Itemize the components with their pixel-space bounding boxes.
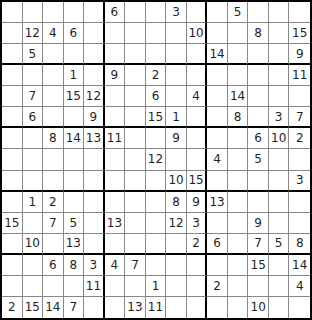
cell-r15c10-empty[interactable]	[187, 297, 208, 318]
cell-r2c11-empty[interactable]	[207, 23, 228, 44]
cell-r11c10-given[interactable]: 3	[187, 213, 208, 234]
cell-r8c2-empty[interactable]	[23, 149, 44, 170]
cell-r7c6-given[interactable]: 11	[105, 128, 126, 149]
cell-r13c10-empty[interactable]	[187, 255, 208, 276]
cell-r15c8-given[interactable]: 11	[146, 297, 167, 318]
cell-r12c9-empty[interactable]	[166, 234, 187, 255]
cell-r5c11-empty[interactable]	[207, 86, 228, 107]
cell-r2c5-empty[interactable]	[84, 23, 105, 44]
cell-r9c6-empty[interactable]	[105, 171, 126, 192]
cell-r12c11-given[interactable]: 6	[207, 234, 228, 255]
cell-r12c8-empty[interactable]	[146, 234, 167, 255]
cell-r12c13-given[interactable]: 7	[248, 234, 269, 255]
cell-r3c13-empty[interactable]	[248, 44, 269, 65]
cell-r12c5-empty[interactable]	[84, 234, 105, 255]
cell-r1c2-empty[interactable]	[23, 2, 44, 23]
cell-r13c6-given[interactable]: 4	[105, 255, 126, 276]
cell-r2c7-empty[interactable]	[125, 23, 146, 44]
cell-r7c8-empty[interactable]	[146, 128, 167, 149]
cell-r8c8-given[interactable]: 12	[146, 149, 167, 170]
cell-r8c6-empty[interactable]	[105, 149, 126, 170]
cell-r8c3-empty[interactable]	[43, 149, 64, 170]
cell-r15c4-given[interactable]: 7	[64, 297, 85, 318]
cell-r6c14-given[interactable]: 3	[269, 107, 290, 128]
cell-r1c12-given[interactable]: 5	[228, 2, 249, 23]
cell-r8c4-empty[interactable]	[64, 149, 85, 170]
cell-r3c11-given[interactable]: 14	[207, 44, 228, 65]
cell-r1c4-empty[interactable]	[64, 2, 85, 23]
cell-r7c9-given[interactable]: 9	[166, 128, 187, 149]
cell-r15c2-given[interactable]: 15	[23, 297, 44, 318]
cell-r10c1-empty[interactable]	[2, 192, 23, 213]
cell-r12c2-given[interactable]: 10	[23, 234, 44, 255]
cell-r10c12-empty[interactable]	[228, 192, 249, 213]
cell-r13c9-empty[interactable]	[166, 255, 187, 276]
cell-r6c11-empty[interactable]	[207, 107, 228, 128]
cell-r4c8-given[interactable]: 2	[146, 65, 167, 86]
cell-r5c15-empty[interactable]	[289, 86, 310, 107]
cell-r8c14-empty[interactable]	[269, 149, 290, 170]
cell-r7c5-given[interactable]: 13	[84, 128, 105, 149]
cell-r2c14-empty[interactable]	[269, 23, 290, 44]
cell-r11c9-given[interactable]: 12	[166, 213, 187, 234]
cell-r7c10-empty[interactable]	[187, 128, 208, 149]
cell-r6c5-given[interactable]: 9	[84, 107, 105, 128]
cell-r14c5-given[interactable]: 11	[84, 276, 105, 297]
cell-r6c6-empty[interactable]	[105, 107, 126, 128]
cell-r2c1-empty[interactable]	[2, 23, 23, 44]
cell-r2c13-given[interactable]: 8	[248, 23, 269, 44]
cell-r4c1-empty[interactable]	[2, 65, 23, 86]
cell-r7c1-empty[interactable]	[2, 128, 23, 149]
cell-r6c7-empty[interactable]	[125, 107, 146, 128]
cell-r1c9-given[interactable]: 3	[166, 2, 187, 23]
cell-r14c9-empty[interactable]	[166, 276, 187, 297]
cell-r11c14-empty[interactable]	[269, 213, 290, 234]
cell-r12c3-empty[interactable]	[43, 234, 64, 255]
cell-r5c10-given[interactable]: 4	[187, 86, 208, 107]
cell-r13c5-given[interactable]: 3	[84, 255, 105, 276]
cell-r9c9-given[interactable]: 10	[166, 171, 187, 192]
cell-r6c13-empty[interactable]	[248, 107, 269, 128]
cell-r11c7-empty[interactable]	[125, 213, 146, 234]
cell-r13c11-empty[interactable]	[207, 255, 228, 276]
cell-r4c15-given[interactable]: 11	[289, 65, 310, 86]
cell-r8c7-empty[interactable]	[125, 149, 146, 170]
cell-r8c12-empty[interactable]	[228, 149, 249, 170]
cell-r14c11-given[interactable]: 2	[207, 276, 228, 297]
cell-r11c15-empty[interactable]	[289, 213, 310, 234]
cell-r14c8-given[interactable]: 1	[146, 276, 167, 297]
cell-r5c2-given[interactable]: 7	[23, 86, 44, 107]
cell-r3c9-empty[interactable]	[166, 44, 187, 65]
cell-r9c12-empty[interactable]	[228, 171, 249, 192]
cell-r4c9-empty[interactable]	[166, 65, 187, 86]
cell-r5c5-given[interactable]: 12	[84, 86, 105, 107]
cell-r4c12-empty[interactable]	[228, 65, 249, 86]
cell-r13c4-given[interactable]: 8	[64, 255, 85, 276]
cell-r14c14-empty[interactable]	[269, 276, 290, 297]
cell-r7c14-given[interactable]: 10	[269, 128, 290, 149]
cell-r6c12-given[interactable]: 8	[228, 107, 249, 128]
cell-r9c3-empty[interactable]	[43, 171, 64, 192]
cell-r5c7-empty[interactable]	[125, 86, 146, 107]
cell-r7c13-given[interactable]: 6	[248, 128, 269, 149]
cell-r4c6-given[interactable]: 9	[105, 65, 126, 86]
cell-r13c12-empty[interactable]	[228, 255, 249, 276]
cell-r1c8-empty[interactable]	[146, 2, 167, 23]
cell-r10c3-given[interactable]: 2	[43, 192, 64, 213]
cell-r10c14-empty[interactable]	[269, 192, 290, 213]
cell-r15c5-empty[interactable]	[84, 297, 105, 318]
cell-r8c1-empty[interactable]	[2, 149, 23, 170]
cell-r4c5-empty[interactable]	[84, 65, 105, 86]
cell-r13c2-empty[interactable]	[23, 255, 44, 276]
cell-r13c3-given[interactable]: 6	[43, 255, 64, 276]
cell-r2c10-given[interactable]: 10	[187, 23, 208, 44]
cell-r14c15-given[interactable]: 4	[289, 276, 310, 297]
cell-r10c9-given[interactable]: 8	[166, 192, 187, 213]
cell-r15c13-given[interactable]: 10	[248, 297, 269, 318]
cell-r9c15-given[interactable]: 3	[289, 171, 310, 192]
cell-r9c5-empty[interactable]	[84, 171, 105, 192]
cell-r8c11-given[interactable]: 4	[207, 149, 228, 170]
cell-r6c9-given[interactable]: 1	[166, 107, 187, 128]
cell-r7c11-empty[interactable]	[207, 128, 228, 149]
cell-r9c14-empty[interactable]	[269, 171, 290, 192]
cell-r14c1-empty[interactable]	[2, 276, 23, 297]
cell-r1c6-given[interactable]: 6	[105, 2, 126, 23]
cell-r9c1-empty[interactable]	[2, 171, 23, 192]
cell-r12c15-given[interactable]: 8	[289, 234, 310, 255]
cell-r12c4-given[interactable]: 13	[64, 234, 85, 255]
cell-r5c12-given[interactable]: 14	[228, 86, 249, 107]
cell-r15c15-empty[interactable]	[289, 297, 310, 318]
cell-r11c8-empty[interactable]	[146, 213, 167, 234]
cell-r10c11-given[interactable]: 13	[207, 192, 228, 213]
cell-r3c6-empty[interactable]	[105, 44, 126, 65]
cell-r7c4-given[interactable]: 14	[64, 128, 85, 149]
cell-r8c9-empty[interactable]	[166, 149, 187, 170]
cell-r1c13-empty[interactable]	[248, 2, 269, 23]
cell-r6c4-empty[interactable]	[64, 107, 85, 128]
cell-r10c2-given[interactable]: 1	[23, 192, 44, 213]
cell-r5c3-empty[interactable]	[43, 86, 64, 107]
cell-r7c15-given[interactable]: 2	[289, 128, 310, 149]
cell-r6c3-empty[interactable]	[43, 107, 64, 128]
sudoku-page: 6351246108155149192117151264146915183781…	[0, 0, 312, 320]
cell-r14c6-empty[interactable]	[105, 276, 126, 297]
cell-r14c3-empty[interactable]	[43, 276, 64, 297]
cell-r8c10-empty[interactable]	[187, 149, 208, 170]
cell-r4c2-empty[interactable]	[23, 65, 44, 86]
cell-r9c4-empty[interactable]	[64, 171, 85, 192]
cell-r6c10-empty[interactable]	[187, 107, 208, 128]
cell-r5c13-empty[interactable]	[248, 86, 269, 107]
cell-r2c2-given[interactable]: 12	[23, 23, 44, 44]
cell-r9c11-empty[interactable]	[207, 171, 228, 192]
cell-r11c13-given[interactable]: 9	[248, 213, 269, 234]
cell-r7c12-empty[interactable]	[228, 128, 249, 149]
cell-r2c12-empty[interactable]	[228, 23, 249, 44]
cell-r12c12-empty[interactable]	[228, 234, 249, 255]
cell-r1c7-empty[interactable]	[125, 2, 146, 23]
cell-r11c1-given[interactable]: 15	[2, 213, 23, 234]
cell-r12c1-empty[interactable]	[2, 234, 23, 255]
cell-r13c14-empty[interactable]	[269, 255, 290, 276]
cell-r15c12-empty[interactable]	[228, 297, 249, 318]
cell-r11c2-empty[interactable]	[23, 213, 44, 234]
cell-r4c14-empty[interactable]	[269, 65, 290, 86]
cell-r6c15-given[interactable]: 7	[289, 107, 310, 128]
cell-r1c1-empty[interactable]	[2, 2, 23, 23]
cell-r7c7-empty[interactable]	[125, 128, 146, 149]
cell-r11c3-given[interactable]: 7	[43, 213, 64, 234]
cell-r3c8-empty[interactable]	[146, 44, 167, 65]
cell-r14c12-empty[interactable]	[228, 276, 249, 297]
cell-r11c6-given[interactable]: 13	[105, 213, 126, 234]
cell-r9c8-empty[interactable]	[146, 171, 167, 192]
cell-r12c6-empty[interactable]	[105, 234, 126, 255]
cell-r2c6-empty[interactable]	[105, 23, 126, 44]
cell-r15c6-empty[interactable]	[105, 297, 126, 318]
cell-r2c3-given[interactable]: 4	[43, 23, 64, 44]
cell-r1c11-empty[interactable]	[207, 2, 228, 23]
cell-r14c4-empty[interactable]	[64, 276, 85, 297]
cell-r11c5-empty[interactable]	[84, 213, 105, 234]
cell-r1c14-empty[interactable]	[269, 2, 290, 23]
cell-r7c3-given[interactable]: 8	[43, 128, 64, 149]
cell-r8c5-empty[interactable]	[84, 149, 105, 170]
cell-r14c13-empty[interactable]	[248, 276, 269, 297]
cell-r2c9-empty[interactable]	[166, 23, 187, 44]
cell-r3c3-empty[interactable]	[43, 44, 64, 65]
cell-r3c15-given[interactable]: 9	[289, 44, 310, 65]
cell-r10c13-empty[interactable]	[248, 192, 269, 213]
cell-r4c7-empty[interactable]	[125, 65, 146, 86]
cell-r15c9-empty[interactable]	[166, 297, 187, 318]
cell-r2c15-given[interactable]: 15	[289, 23, 310, 44]
cell-r6c8-given[interactable]: 15	[146, 107, 167, 128]
cell-r4c11-empty[interactable]	[207, 65, 228, 86]
cell-r6c1-empty[interactable]	[2, 107, 23, 128]
cell-r13c15-given[interactable]: 14	[289, 255, 310, 276]
cell-r15c14-empty[interactable]	[269, 297, 290, 318]
cell-r15c7-given[interactable]: 13	[125, 297, 146, 318]
cell-r5c8-given[interactable]: 6	[146, 86, 167, 107]
cell-r4c4-given[interactable]: 1	[64, 65, 85, 86]
cell-r11c4-given[interactable]: 5	[64, 213, 85, 234]
cell-r1c15-empty[interactable]	[289, 2, 310, 23]
cell-r3c2-given[interactable]: 5	[23, 44, 44, 65]
cell-r10c7-empty[interactable]	[125, 192, 146, 213]
cell-r1c3-empty[interactable]	[43, 2, 64, 23]
cell-r10c6-empty[interactable]	[105, 192, 126, 213]
cell-r1c5-empty[interactable]	[84, 2, 105, 23]
cell-r3c1-empty[interactable]	[2, 44, 23, 65]
cell-r3c4-empty[interactable]	[64, 44, 85, 65]
cell-r3c7-empty[interactable]	[125, 44, 146, 65]
cell-r13c1-empty[interactable]	[2, 255, 23, 276]
cell-r4c3-empty[interactable]	[43, 65, 64, 86]
cell-r15c1-given[interactable]: 2	[2, 297, 23, 318]
cell-r9c7-empty[interactable]	[125, 171, 146, 192]
cell-r5c1-empty[interactable]	[2, 86, 23, 107]
cell-r9c10-given[interactable]: 15	[187, 171, 208, 192]
cell-r10c8-empty[interactable]	[146, 192, 167, 213]
cell-r3c12-empty[interactable]	[228, 44, 249, 65]
cell-r11c12-empty[interactable]	[228, 213, 249, 234]
cell-r13c13-given[interactable]: 15	[248, 255, 269, 276]
cell-r3c10-empty[interactable]	[187, 44, 208, 65]
cell-r9c13-empty[interactable]	[248, 171, 269, 192]
cell-r10c4-empty[interactable]	[64, 192, 85, 213]
cell-r12c14-given[interactable]: 5	[269, 234, 290, 255]
cell-r14c2-empty[interactable]	[23, 276, 44, 297]
cell-r8c15-empty[interactable]	[289, 149, 310, 170]
cell-r5c9-empty[interactable]	[166, 86, 187, 107]
cell-r5c4-given[interactable]: 15	[64, 86, 85, 107]
cell-r10c10-given[interactable]: 9	[187, 192, 208, 213]
cell-r9c2-empty[interactable]	[23, 171, 44, 192]
cell-r5c14-empty[interactable]	[269, 86, 290, 107]
cell-r13c8-empty[interactable]	[146, 255, 167, 276]
cell-r7c2-empty[interactable]	[23, 128, 44, 149]
cell-r15c3-given[interactable]: 14	[43, 297, 64, 318]
cell-r4c10-empty[interactable]	[187, 65, 208, 86]
cell-r8c13-given[interactable]: 5	[248, 149, 269, 170]
cell-r12c10-given[interactable]: 2	[187, 234, 208, 255]
cell-r3c5-empty[interactable]	[84, 44, 105, 65]
cell-r4c13-empty[interactable]	[248, 65, 269, 86]
cell-r13c7-given[interactable]: 7	[125, 255, 146, 276]
cell-r2c4-given[interactable]: 6	[64, 23, 85, 44]
cell-r15c11-empty[interactable]	[207, 297, 228, 318]
cell-r1c10-empty[interactable]	[187, 2, 208, 23]
cell-r11c11-empty[interactable]	[207, 213, 228, 234]
sudoku-board: 6351246108155149192117151264146915183781…	[0, 0, 312, 320]
cell-r12c7-empty[interactable]	[125, 234, 146, 255]
cell-r14c10-empty[interactable]	[187, 276, 208, 297]
cell-r5c6-empty[interactable]	[105, 86, 126, 107]
cell-r10c15-empty[interactable]	[289, 192, 310, 213]
cell-r10c5-empty[interactable]	[84, 192, 105, 213]
cell-r14c7-empty[interactable]	[125, 276, 146, 297]
cell-r2c8-empty[interactable]	[146, 23, 167, 44]
cell-r3c14-empty[interactable]	[269, 44, 290, 65]
cell-r6c2-given[interactable]: 6	[23, 107, 44, 128]
